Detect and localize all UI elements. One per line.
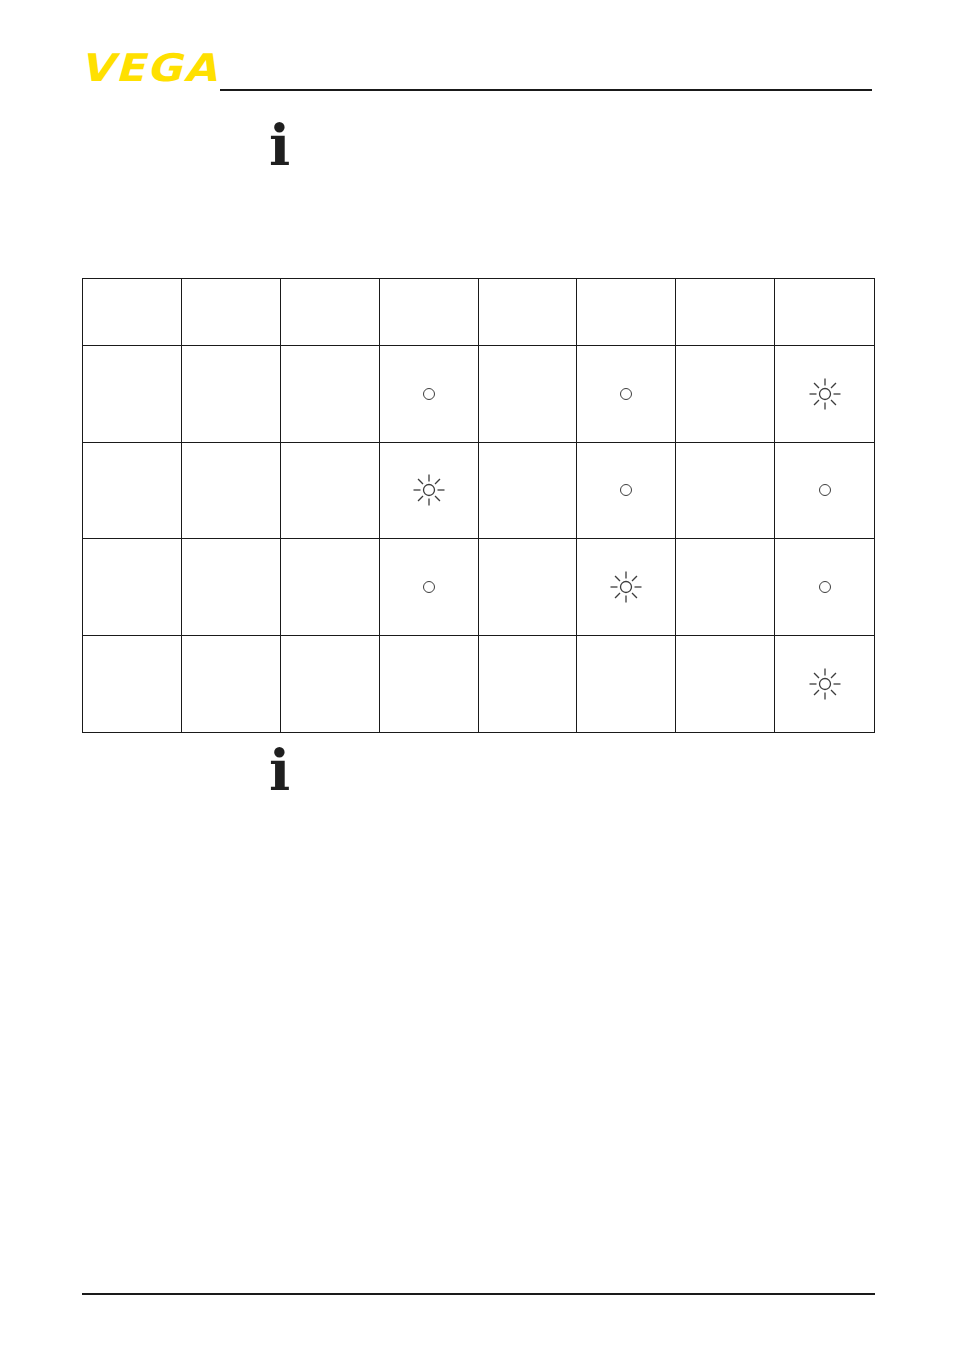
table-cell xyxy=(380,346,479,443)
circle-outline-icon xyxy=(423,581,435,593)
table-header-cell xyxy=(380,279,479,346)
table-cell xyxy=(775,443,874,540)
table-cell xyxy=(479,636,578,733)
table-cell xyxy=(577,443,676,540)
sun-rays-icon xyxy=(808,377,842,411)
sun-rays-icon xyxy=(808,667,842,701)
table-cell xyxy=(676,346,775,443)
table-cell xyxy=(380,539,479,636)
table-cell xyxy=(479,346,578,443)
circle-outline-icon xyxy=(423,388,435,400)
information-icon: i xyxy=(269,117,290,173)
table-cell xyxy=(479,443,578,540)
table-cell xyxy=(577,539,676,636)
table-cell xyxy=(676,443,775,540)
information-icon: i xyxy=(269,742,290,798)
table-header-cell xyxy=(577,279,676,346)
table-cell xyxy=(676,539,775,636)
table-cell xyxy=(775,636,874,733)
table-header-cell xyxy=(281,279,380,346)
header-rule xyxy=(220,89,872,91)
circle-outline-icon xyxy=(620,484,632,496)
table-cell xyxy=(83,346,182,443)
sun-rays-icon xyxy=(609,570,643,604)
table-cell xyxy=(182,636,281,733)
table-cell xyxy=(479,539,578,636)
table-header-cell xyxy=(83,279,182,346)
table-cell xyxy=(281,346,380,443)
table-header-cell xyxy=(182,279,281,346)
table-cell xyxy=(182,539,281,636)
table-cell xyxy=(380,636,479,733)
table-cell xyxy=(83,443,182,540)
footer-rule xyxy=(82,1293,875,1295)
table-cell xyxy=(577,346,676,443)
table-cell xyxy=(182,346,281,443)
table-cell xyxy=(775,346,874,443)
vega-logo: VEGA xyxy=(80,49,219,87)
table-header-cell xyxy=(479,279,578,346)
table-cell xyxy=(380,443,479,540)
table-cell xyxy=(182,443,281,540)
led-status-table xyxy=(82,278,875,733)
manual-page: VEGA i i xyxy=(0,0,953,1352)
table-cell xyxy=(83,539,182,636)
circle-outline-icon xyxy=(819,581,831,593)
table-cell xyxy=(281,443,380,540)
table-cell xyxy=(676,636,775,733)
table-cell xyxy=(281,539,380,636)
circle-outline-icon xyxy=(819,484,831,496)
table-cell xyxy=(775,539,874,636)
table-header-cell xyxy=(775,279,874,346)
table-cell xyxy=(577,636,676,733)
table-header-cell xyxy=(676,279,775,346)
table-cell xyxy=(83,636,182,733)
sun-rays-icon xyxy=(412,473,446,507)
table-cell xyxy=(281,636,380,733)
circle-outline-icon xyxy=(620,388,632,400)
